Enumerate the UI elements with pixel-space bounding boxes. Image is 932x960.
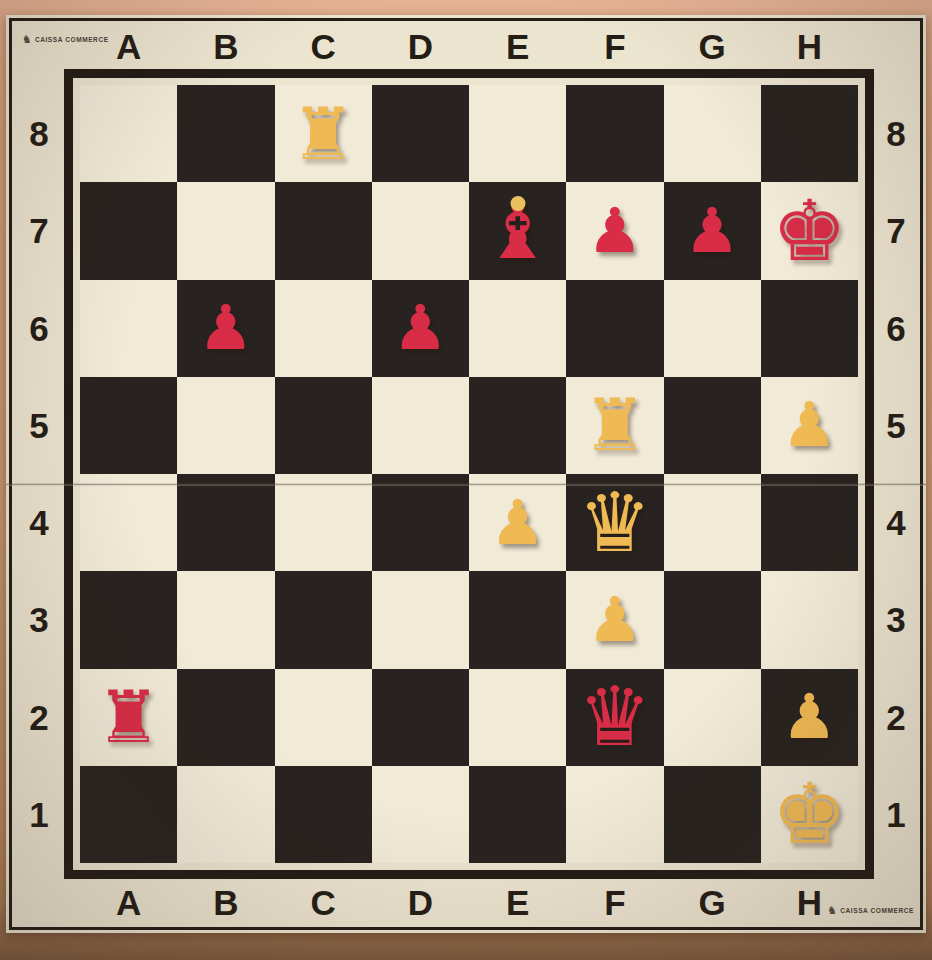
bottom-left-corner [14, 879, 64, 925]
square-f4[interactable]: ♛ [566, 474, 663, 571]
square-h6[interactable] [761, 280, 858, 377]
demo-board-photo: ♞ CAISSA COMMERCE ABCDEFGH 87654321 ♜♝♟♟… [0, 0, 932, 960]
square-h8[interactable] [761, 85, 858, 182]
square-b3[interactable] [177, 571, 274, 668]
square-a6[interactable] [80, 280, 177, 377]
square-h1[interactable]: ♚ [761, 766, 858, 863]
square-f5[interactable]: ♜ [566, 377, 663, 474]
rank-label-5-right: 5 [874, 377, 918, 474]
bottom-right-corner: ♞ CAISSA COMMERCE [874, 879, 918, 925]
file-label-H-top: H [761, 23, 858, 69]
rank-label-8-right: 8 [874, 85, 918, 182]
rank-labels-right: 87654321 [874, 69, 918, 879]
piece-yellow-queen-f4[interactable]: ♛ [578, 482, 652, 564]
square-d8[interactable] [372, 85, 469, 182]
square-d5[interactable] [372, 377, 469, 474]
piece-red-pawn-f7[interactable]: ♟ [587, 200, 643, 262]
rank-label-8-left: 8 [14, 85, 64, 182]
piece-yellow-rook-c8[interactable]: ♜ [291, 98, 356, 170]
file-label-E-bottom: E [469, 879, 566, 925]
chess-board: ♞ CAISSA COMMERCE ABCDEFGH 87654321 ♜♝♟♟… [6, 15, 926, 933]
square-h2[interactable]: ♟ [761, 669, 858, 766]
square-c3[interactable] [275, 571, 372, 668]
square-b1[interactable] [177, 766, 274, 863]
square-d1[interactable] [372, 766, 469, 863]
brand-knight-icon: ♞ [22, 34, 32, 45]
file-labels-top: ABCDEFGH [64, 23, 874, 69]
square-b4[interactable] [177, 474, 274, 571]
square-c8[interactable]: ♜ [275, 85, 372, 182]
file-label-F-bottom: F [566, 879, 663, 925]
piece-yellow-pawn-h5[interactable]: ♟ [782, 394, 838, 456]
square-e7[interactable]: ♝ [469, 182, 566, 279]
square-a5[interactable] [80, 377, 177, 474]
piece-yellow-pawn-f3[interactable]: ♟ [587, 589, 643, 651]
square-e3[interactable] [469, 571, 566, 668]
rank-label-7-right: 7 [874, 182, 918, 279]
square-d2[interactable] [372, 669, 469, 766]
rank-label-7-left: 7 [14, 182, 64, 279]
rank-label-3-left: 3 [14, 571, 64, 668]
file-label-A-bottom: A [80, 879, 177, 925]
brand-knight-icon: ♞ [827, 905, 837, 916]
square-f1[interactable] [566, 766, 663, 863]
square-g8[interactable] [664, 85, 761, 182]
rank-label-2-left: 2 [14, 669, 64, 766]
top-left-corner: ♞ CAISSA COMMERCE [14, 23, 64, 69]
file-label-D-top: D [372, 23, 469, 69]
piece-red-pawn-d6[interactable]: ♟ [393, 297, 449, 359]
square-a7[interactable] [80, 182, 177, 279]
square-a8[interactable] [80, 85, 177, 182]
piece-red-queen-f2[interactable]: ♛ [578, 676, 652, 758]
square-g7[interactable]: ♟ [664, 182, 761, 279]
square-b5[interactable] [177, 377, 274, 474]
rank-label-6-left: 6 [14, 280, 64, 377]
square-g4[interactable] [664, 474, 761, 571]
square-d6[interactable]: ♟ [372, 280, 469, 377]
square-f3[interactable]: ♟ [566, 571, 663, 668]
square-e1[interactable] [469, 766, 566, 863]
file-label-C-top: C [275, 23, 372, 69]
square-g2[interactable] [664, 669, 761, 766]
square-e4[interactable]: ♟ [469, 474, 566, 571]
square-b6[interactable]: ♟ [177, 280, 274, 377]
square-e8[interactable] [469, 85, 566, 182]
brand-text: CAISSA COMMERCE [840, 907, 914, 914]
square-c2[interactable] [275, 669, 372, 766]
file-label-B-bottom: B [177, 879, 274, 925]
piece-red-rook-a2[interactable]: ♜ [96, 681, 161, 753]
file-label-F-top: F [566, 23, 663, 69]
file-labels-bottom: ABCDEFGH [64, 879, 874, 925]
square-a4[interactable] [80, 474, 177, 571]
square-b2[interactable] [177, 669, 274, 766]
square-c1[interactable] [275, 766, 372, 863]
square-f6[interactable] [566, 280, 663, 377]
rank-label-4-right: 4 [874, 474, 918, 571]
square-d7[interactable] [372, 182, 469, 279]
file-label-C-bottom: C [275, 879, 372, 925]
rank-label-6-right: 6 [874, 280, 918, 377]
file-label-E-top: E [469, 23, 566, 69]
brand-logo: ♞ CAISSA COMMERCE [827, 905, 914, 916]
square-d3[interactable] [372, 571, 469, 668]
square-b8[interactable] [177, 85, 274, 182]
square-c5[interactable] [275, 377, 372, 474]
square-a3[interactable] [80, 571, 177, 668]
rank-label-1-right: 1 [874, 766, 918, 863]
rank-label-3-right: 3 [874, 571, 918, 668]
squares-grid: ♜♝♟♟♚♟♟♜♟♟♛♟♜♛♟♚ [80, 85, 858, 863]
square-g5[interactable] [664, 377, 761, 474]
square-g6[interactable] [664, 280, 761, 377]
file-label-B-top: B [177, 23, 274, 69]
bottom-coordinate-band: ABCDEFGH ♞ CAISSA COMMERCE [14, 879, 918, 925]
piece-red-pawn-g7[interactable]: ♟ [684, 200, 740, 262]
square-e2[interactable] [469, 669, 566, 766]
rank-label-5-left: 5 [14, 377, 64, 474]
top-coordinate-band: ♞ CAISSA COMMERCE ABCDEFGH [14, 23, 918, 69]
square-h7[interactable]: ♚ [761, 182, 858, 279]
rank-label-4-left: 4 [14, 474, 64, 571]
square-f7[interactable]: ♟ [566, 182, 663, 279]
square-c6[interactable] [275, 280, 372, 377]
square-d4[interactable] [372, 474, 469, 571]
piece-red-bishop-e7[interactable]: ♝ [483, 192, 553, 270]
square-f8[interactable] [566, 85, 663, 182]
square-c7[interactable] [275, 182, 372, 279]
piece-yellow-pawn-e4[interactable]: ♟ [490, 492, 546, 554]
square-b7[interactable] [177, 182, 274, 279]
square-h3[interactable] [761, 571, 858, 668]
piece-red-pawn-b6[interactable]: ♟ [198, 297, 254, 359]
square-g3[interactable] [664, 571, 761, 668]
rank-label-1-left: 1 [14, 766, 64, 863]
piece-yellow-pawn-h2[interactable]: ♟ [782, 686, 838, 748]
piece-yellow-king-h1[interactable]: ♚ [772, 772, 847, 856]
board-middle-row: 87654321 ♜♝♟♟♚♟♟♜♟♟♛♟♜♛♟♚ 87654321 [14, 69, 918, 879]
square-f2[interactable]: ♛ [566, 669, 663, 766]
rank-label-2-right: 2 [874, 669, 918, 766]
file-label-G-top: G [664, 23, 761, 69]
square-a2[interactable]: ♜ [80, 669, 177, 766]
square-e6[interactable] [469, 280, 566, 377]
bishop-finial-dot [510, 196, 525, 211]
file-label-D-bottom: D [372, 879, 469, 925]
square-h4[interactable] [761, 474, 858, 571]
square-a1[interactable] [80, 766, 177, 863]
file-label-H-bottom: H [761, 879, 858, 925]
square-c4[interactable] [275, 474, 372, 571]
piece-yellow-rook-f5[interactable]: ♜ [583, 389, 648, 461]
square-h5[interactable]: ♟ [761, 377, 858, 474]
playing-field-frame: ♜♝♟♟♚♟♟♜♟♟♛♟♜♛♟♚ [64, 69, 874, 879]
square-e5[interactable] [469, 377, 566, 474]
file-label-A-top: A [80, 23, 177, 69]
board-face: ♞ CAISSA COMMERCE ABCDEFGH 87654321 ♜♝♟♟… [14, 23, 918, 925]
rank-labels-left: 87654321 [14, 69, 64, 879]
piece-red-king-h7[interactable]: ♚ [772, 189, 847, 273]
top-right-corner [874, 23, 918, 69]
square-g1[interactable] [664, 766, 761, 863]
file-label-G-bottom: G [664, 879, 761, 925]
